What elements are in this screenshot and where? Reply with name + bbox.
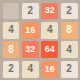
2048-board[interactable]: 23224164883264424162 <box>0 0 80 80</box>
tile-64: 64 <box>41 41 58 58</box>
tile-4: 4 <box>22 61 39 78</box>
tile-2: 2 <box>61 61 78 78</box>
empty-cell <box>3 3 20 20</box>
tile-16: 16 <box>41 61 58 78</box>
tile-32: 32 <box>41 3 58 20</box>
tile-2: 2 <box>22 3 39 20</box>
tile-4: 4 <box>61 41 78 58</box>
tile-4: 4 <box>3 22 20 39</box>
tile-2: 2 <box>61 3 78 20</box>
tile-16: 16 <box>22 22 39 39</box>
tile-2: 2 <box>3 61 20 78</box>
tile-32: 32 <box>22 41 39 58</box>
tile-4: 4 <box>41 22 58 39</box>
tile-8: 8 <box>61 22 78 39</box>
tile-8: 8 <box>3 41 20 58</box>
